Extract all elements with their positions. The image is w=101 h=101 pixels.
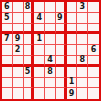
sudoku-cell[interactable]: 8 [45, 67, 56, 78]
sudoku-cell[interactable] [88, 24, 99, 35]
sudoku-cell[interactable]: 3 [77, 2, 88, 13]
cell-digit: 4 [47, 56, 53, 64]
sudoku-cell[interactable] [67, 67, 78, 78]
sudoku-cell[interactable] [24, 45, 35, 56]
sudoku-cell[interactable] [24, 78, 35, 89]
sudoku-cell[interactable] [13, 2, 24, 13]
sudoku-cell[interactable] [2, 88, 13, 99]
sudoku-cell[interactable]: 2 [13, 45, 24, 56]
sudoku-cell[interactable] [2, 56, 13, 67]
cell-digit: 8 [25, 3, 31, 11]
sudoku-cell[interactable] [2, 67, 13, 78]
sudoku-cell[interactable] [34, 45, 45, 56]
sudoku-cell[interactable] [77, 67, 88, 78]
sudoku-cell[interactable] [67, 13, 78, 24]
sudoku-cell[interactable] [77, 88, 88, 99]
sudoku-cell[interactable] [77, 13, 88, 24]
sudoku-cell[interactable] [34, 24, 45, 35]
sudoku-cell[interactable] [77, 34, 88, 45]
sudoku-cell[interactable] [2, 45, 13, 56]
sudoku-cell[interactable] [24, 13, 35, 24]
sudoku-cell[interactable]: 6 [2, 2, 13, 13]
sudoku-cell[interactable] [56, 56, 67, 67]
sudoku-cell[interactable]: 1 [34, 34, 45, 45]
cell-digit: 1 [36, 35, 42, 43]
sudoku-cell[interactable] [67, 24, 78, 35]
sudoku-cell[interactable]: 9 [56, 13, 67, 24]
sudoku-cell[interactable]: 5 [24, 67, 35, 78]
sudoku-cell[interactable] [88, 34, 99, 45]
sudoku-cell[interactable]: 9 [13, 34, 24, 45]
sudoku-cell[interactable]: 6 [88, 45, 99, 56]
sudoku-cell[interactable] [56, 2, 67, 13]
sudoku-cell[interactable]: 8 [77, 56, 88, 67]
sudoku-cell[interactable] [24, 34, 35, 45]
sudoku-cell[interactable] [2, 24, 13, 35]
sudoku-cell[interactable] [34, 88, 45, 99]
sudoku-cell[interactable] [88, 13, 99, 24]
sudoku-cell[interactable]: 4 [34, 13, 45, 24]
sudoku-cell[interactable] [67, 2, 78, 13]
sudoku-cell[interactable] [77, 24, 88, 35]
sudoku-cell[interactable] [13, 13, 24, 24]
sudoku-cell[interactable] [56, 78, 67, 89]
sudoku-cell[interactable] [45, 2, 56, 13]
sudoku-cell[interactable] [34, 56, 45, 67]
sudoku-cell[interactable]: 8 [24, 2, 35, 13]
sudoku-cell[interactable] [88, 56, 99, 67]
sudoku-cell[interactable] [24, 24, 35, 35]
cell-digit: 7 [4, 35, 10, 43]
sudoku-cell[interactable] [13, 67, 24, 78]
sudoku-cell[interactable] [45, 78, 56, 89]
sudoku-cell[interactable] [88, 2, 99, 13]
sudoku-cell[interactable] [67, 56, 78, 67]
sudoku-cell[interactable]: 4 [45, 56, 56, 67]
cell-digit: 3 [80, 3, 86, 11]
sudoku-cell[interactable] [56, 88, 67, 99]
sudoku-cell[interactable]: 5 [2, 13, 13, 24]
sudoku-cell[interactable]: 7 [2, 34, 13, 45]
sudoku-cell[interactable] [2, 78, 13, 89]
sudoku-cell[interactable] [77, 78, 88, 89]
sudoku-cell[interactable] [56, 45, 67, 56]
sudoku-cell[interactable] [24, 56, 35, 67]
sudoku-cell[interactable] [56, 24, 67, 35]
cell-digit: 5 [25, 68, 31, 76]
cell-digit: 9 [15, 35, 21, 43]
sudoku-cell[interactable] [24, 88, 35, 99]
cell-digit: 9 [69, 90, 75, 98]
sudoku-cell[interactable]: 9 [67, 88, 78, 99]
sudoku-cell[interactable] [67, 34, 78, 45]
sudoku-cell[interactable] [13, 78, 24, 89]
sudoku-cell[interactable]: 1 [67, 78, 78, 89]
sudoku-cell[interactable] [67, 45, 78, 56]
cell-digit: 6 [91, 46, 97, 54]
sudoku-cell[interactable] [56, 34, 67, 45]
cell-digit: 9 [57, 14, 63, 22]
sudoku-cell[interactable] [45, 24, 56, 35]
sudoku-cell[interactable] [56, 67, 67, 78]
cell-digit: 2 [15, 46, 21, 54]
cell-digit: 6 [4, 3, 10, 11]
sudoku-cell[interactable] [34, 2, 45, 13]
cell-digit: 8 [47, 68, 53, 76]
sudoku-cell[interactable] [13, 88, 24, 99]
sudoku-cell[interactable] [34, 78, 45, 89]
cell-digit: 8 [80, 56, 86, 64]
sudoku-cell[interactable] [88, 67, 99, 78]
cell-digit: 1 [69, 78, 75, 86]
sudoku-cell[interactable] [34, 67, 45, 78]
sudoku-cell[interactable] [45, 88, 56, 99]
sudoku-cell[interactable] [45, 34, 56, 45]
sudoku-cell[interactable] [88, 78, 99, 89]
sudoku-cell[interactable] [88, 88, 99, 99]
sudoku-cell[interactable] [13, 24, 24, 35]
sudoku-board: 68354979126485819 [0, 0, 101, 101]
sudoku-cell[interactable] [45, 13, 56, 24]
cell-digit: 4 [36, 14, 42, 22]
cell-digit: 5 [4, 14, 10, 22]
sudoku-cell[interactable] [13, 56, 24, 67]
